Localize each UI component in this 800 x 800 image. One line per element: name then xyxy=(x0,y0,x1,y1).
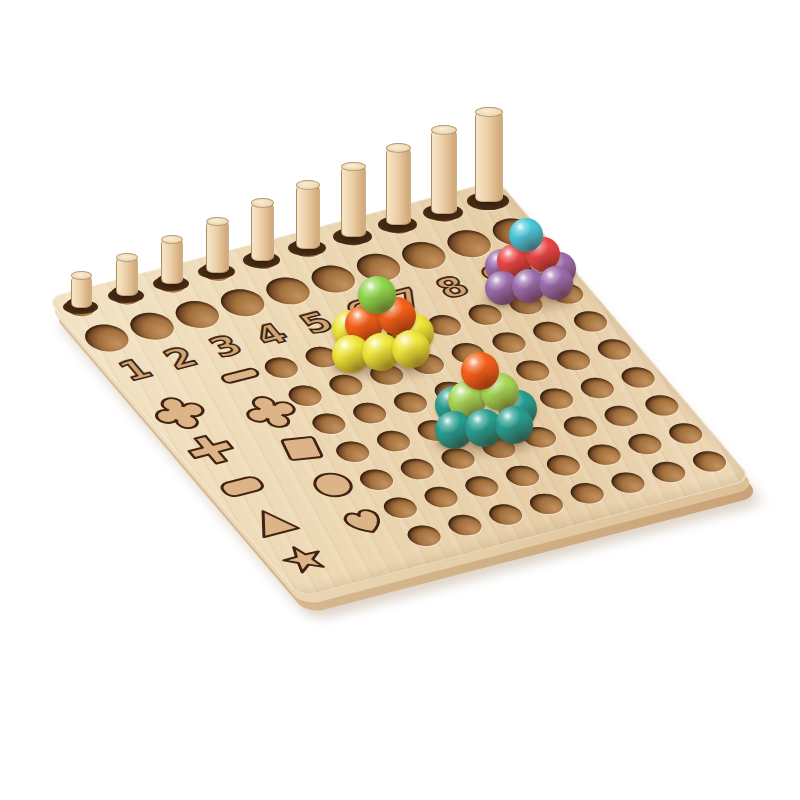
peg-3[interactable] xyxy=(161,238,183,284)
peg-7[interactable] xyxy=(341,165,366,237)
ball-yellow[interactable] xyxy=(392,330,430,368)
peg-top-face xyxy=(71,271,92,279)
ring-hole[interactable] xyxy=(168,297,227,332)
ring-hole[interactable] xyxy=(304,262,363,297)
peg-5[interactable] xyxy=(251,202,275,261)
bead-hole[interactable] xyxy=(402,522,447,548)
bead-hole[interactable] xyxy=(575,375,620,401)
number-cutout-1: 1 xyxy=(111,353,158,387)
bead-hole[interactable] xyxy=(459,473,504,499)
peg-top-face xyxy=(296,180,321,190)
ball-cyan[interactable] xyxy=(509,218,543,252)
number-cutout-8: 8 xyxy=(428,270,475,304)
bead-hole[interactable] xyxy=(599,403,644,429)
number-cutout-2: 2 xyxy=(156,341,203,375)
bead-hole[interactable] xyxy=(616,364,661,390)
peg-6[interactable] xyxy=(296,184,321,249)
bead-hole[interactable] xyxy=(510,357,555,383)
bead-hole[interactable] xyxy=(541,452,586,478)
bead-hole[interactable] xyxy=(500,463,545,489)
bead-hole[interactable] xyxy=(582,441,627,467)
bead-hole[interactable] xyxy=(419,484,464,510)
peg-8[interactable] xyxy=(386,147,412,225)
ball-green[interactable] xyxy=(358,276,396,314)
ring-hole[interactable] xyxy=(394,238,453,273)
peg-top-face xyxy=(206,217,229,226)
bead-hole[interactable] xyxy=(551,347,596,373)
ring-hole[interactable] xyxy=(123,309,182,344)
bead-hole[interactable] xyxy=(565,480,610,506)
ring-hole[interactable] xyxy=(258,273,317,308)
bead-hole[interactable] xyxy=(663,420,708,446)
peg-9[interactable] xyxy=(431,129,458,214)
bead-hole[interactable] xyxy=(524,491,569,517)
bead-hole[interactable] xyxy=(388,389,433,415)
bead-hole[interactable] xyxy=(623,431,668,457)
bead-hole[interactable] xyxy=(558,413,603,439)
peg-2[interactable] xyxy=(116,256,138,296)
bead-hole[interactable] xyxy=(487,329,532,355)
bead-hole[interactable] xyxy=(442,512,487,538)
number-cutout-4: 4 xyxy=(246,318,293,352)
bead-hole[interactable] xyxy=(371,428,416,454)
bead-hole[interactable] xyxy=(568,308,613,334)
peg-4[interactable] xyxy=(206,220,229,273)
bead-hole[interactable] xyxy=(592,336,637,362)
bead-hole[interactable] xyxy=(534,385,579,411)
circle-cutout[interactable] xyxy=(295,463,371,508)
bead-hole[interactable] xyxy=(395,456,440,482)
peg-top-face xyxy=(475,107,502,118)
peg-10[interactable] xyxy=(475,111,502,202)
bead-hole[interactable] xyxy=(640,392,685,418)
ball-teal[interactable] xyxy=(495,406,533,444)
bead-hole[interactable] xyxy=(483,501,528,527)
scene: 12345678910 xyxy=(0,0,800,800)
number-cutout-5: 5 xyxy=(292,306,339,340)
bead-hole[interactable] xyxy=(527,319,572,345)
bead-hole[interactable] xyxy=(646,459,691,485)
bead-hole[interactable] xyxy=(347,400,392,426)
peg-top-face xyxy=(116,253,138,262)
board: 12345678910 xyxy=(45,180,753,598)
peg-top-face xyxy=(161,235,183,244)
ball-orange[interactable] xyxy=(461,352,499,390)
ring-hole[interactable] xyxy=(213,285,272,320)
bead-hole[interactable] xyxy=(687,448,732,474)
bead-hole[interactable] xyxy=(606,469,651,495)
ball-purple[interactable] xyxy=(539,266,573,300)
peg-top-face xyxy=(251,198,275,207)
bead-hole[interactable] xyxy=(330,438,375,464)
